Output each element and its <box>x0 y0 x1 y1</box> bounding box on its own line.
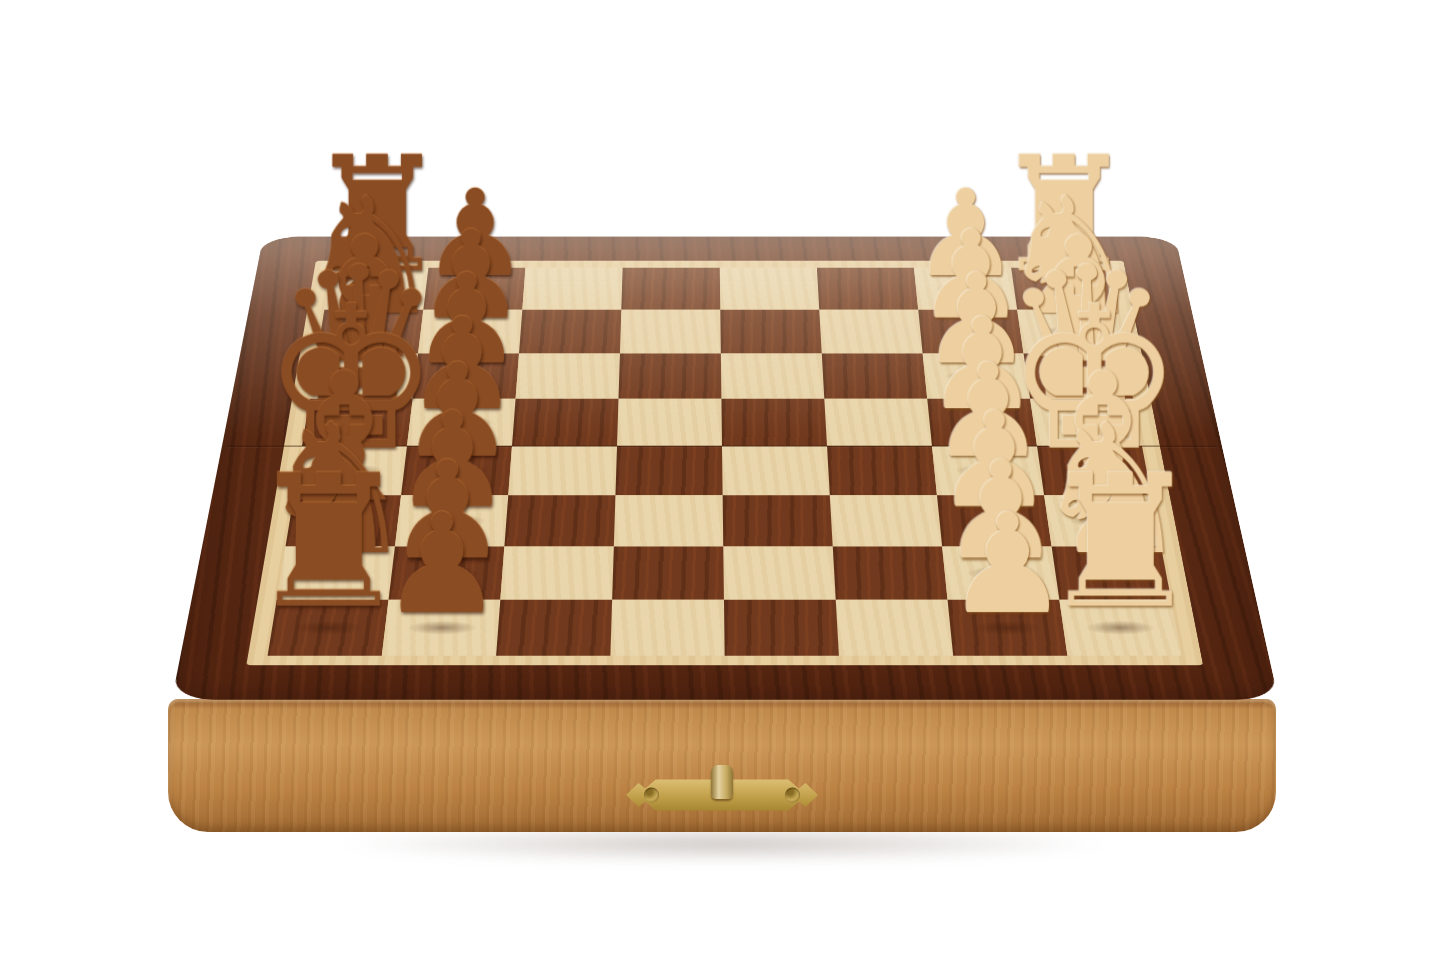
piece-white-pawn-h2[interactable]: ♟ <box>945 499 1069 630</box>
square-e5[interactable] <box>615 446 722 495</box>
square-h3[interactable] <box>836 600 953 656</box>
square-h6[interactable] <box>496 600 612 656</box>
board-perspective-scene: ♜♟♟♜♞♟♟♞♝♟♟♝♛♟♟♛♚♟♟♚♝♟♟♝♞♟♟♞♜♟♟♜ <box>222 0 1222 946</box>
square-h8[interactable]: ♜ <box>268 600 389 656</box>
square-a3[interactable] <box>817 268 918 310</box>
square-e3[interactable] <box>827 446 937 495</box>
square-f6[interactable] <box>504 495 615 546</box>
square-d3[interactable] <box>824 399 932 446</box>
square-d4[interactable] <box>721 399 827 446</box>
square-g5[interactable] <box>612 546 724 599</box>
square-g4[interactable] <box>723 546 835 599</box>
piece-black-pawn-h7[interactable]: ♟ <box>380 499 504 630</box>
square-a5[interactable] <box>621 268 720 310</box>
square-e6[interactable] <box>508 446 617 495</box>
square-h1[interactable]: ♜ <box>1059 600 1181 656</box>
board-top: ♜♟♟♜♞♟♟♞♝♟♟♝♛♟♟♛♚♟♟♚♝♟♟♝♞♟♟♞♜♟♟♜ <box>172 237 1279 700</box>
square-e4[interactable] <box>722 446 830 495</box>
square-d6[interactable] <box>512 399 618 446</box>
square-a4[interactable] <box>720 268 820 310</box>
square-g6[interactable] <box>500 546 613 599</box>
chess-set-photo: ♜♟♟♜♞♟♟♞♝♟♟♝♛♟♟♛♚♟♟♚♝♟♟♝♞♟♟♞♜♟♟♜ <box>0 0 1445 963</box>
square-f4[interactable] <box>723 495 833 546</box>
checkerboard: ♜♟♟♜♞♟♟♞♝♟♟♝♛♟♟♛♚♟♟♚♝♟♟♝♞♟♟♞♜♟♟♜ <box>268 268 1182 656</box>
square-f3[interactable] <box>830 495 942 546</box>
square-h2[interactable]: ♟ <box>948 600 1068 656</box>
square-h5[interactable] <box>610 600 724 656</box>
square-a6[interactable] <box>522 268 622 310</box>
square-g3[interactable] <box>833 546 948 599</box>
square-h7[interactable]: ♟ <box>382 600 501 656</box>
square-d5[interactable] <box>617 399 722 446</box>
square-h4[interactable] <box>724 600 839 656</box>
square-f5[interactable] <box>614 495 723 546</box>
